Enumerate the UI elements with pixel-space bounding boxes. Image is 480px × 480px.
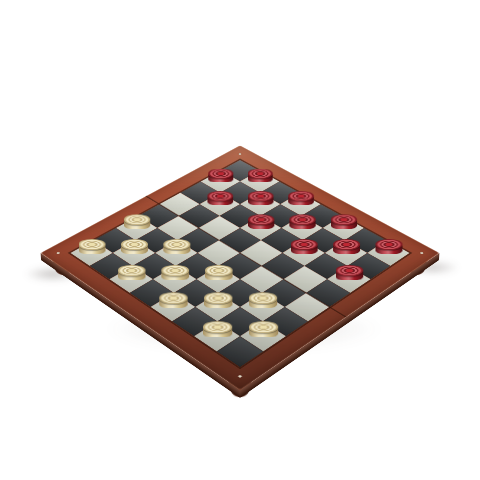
checker-red: [208, 169, 233, 184]
checker-cream: [78, 239, 105, 255]
checker-cream: [204, 265, 232, 281]
checker-cream: [120, 239, 147, 255]
checker-red: [207, 191, 233, 206]
perspective-wrapper: [0, 0, 480, 480]
checker-red: [290, 239, 317, 255]
checker-cream: [159, 292, 187, 309]
product-photo: [0, 0, 480, 480]
checker-red: [330, 214, 356, 230]
checker-red: [333, 239, 360, 255]
checker-red: [289, 214, 315, 230]
checker-red: [375, 239, 402, 255]
checker-cream: [123, 214, 149, 230]
checker-cream: [161, 265, 189, 281]
checker-red: [247, 191, 273, 206]
corner-pin: [238, 375, 243, 378]
checker-red: [335, 265, 363, 281]
checker-red: [247, 169, 272, 184]
checker-cream: [117, 265, 145, 281]
corner-pin: [420, 252, 424, 255]
checker-red: [288, 191, 314, 206]
checker-cream: [203, 292, 231, 309]
checker-cream: [248, 292, 276, 309]
checker-cream: [202, 321, 231, 338]
corner-pin: [238, 153, 242, 155]
checkers-board: [41, 145, 440, 390]
board-square: [240, 266, 284, 293]
checker-cream: [248, 321, 277, 338]
checker-red: [248, 214, 274, 230]
checker-cream: [163, 239, 190, 255]
corner-pin: [56, 252, 60, 255]
